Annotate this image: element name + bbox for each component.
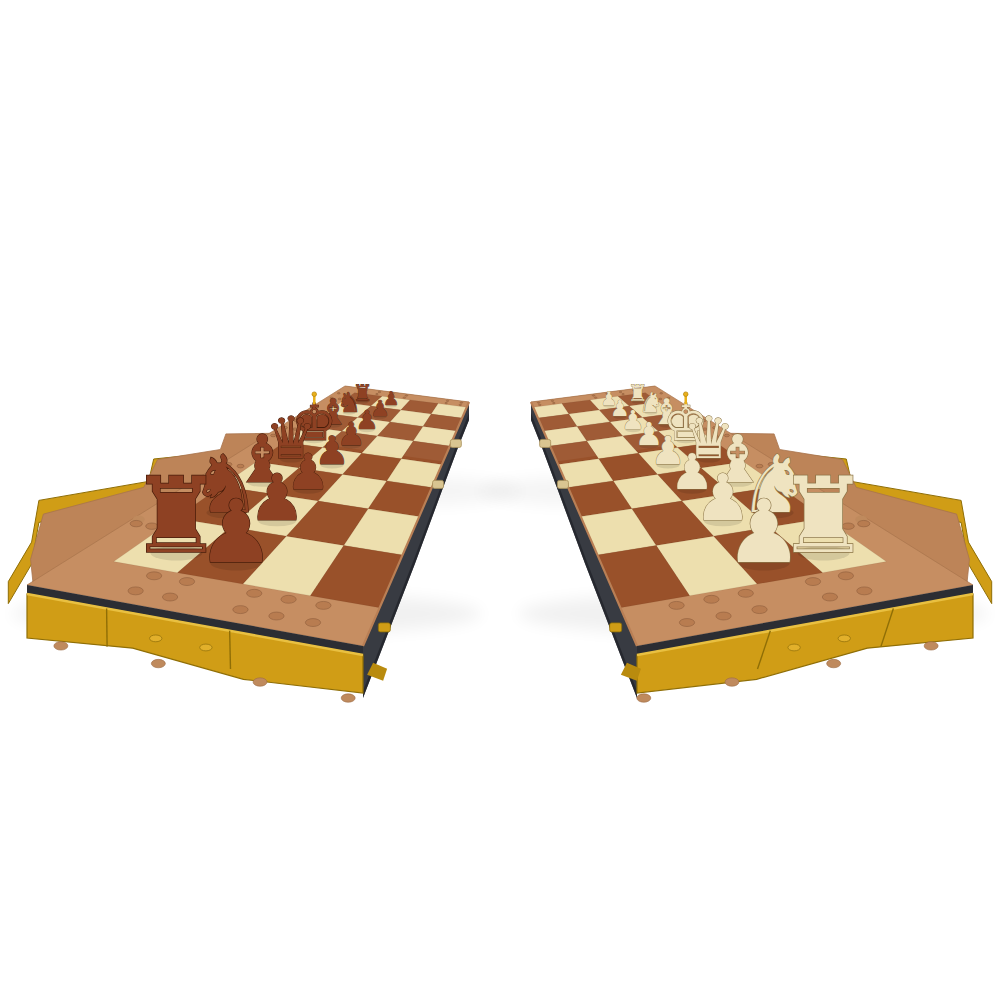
foot-round [827,659,841,667]
stud [679,619,694,627]
stud [704,595,719,603]
stud [378,391,381,392]
stud [281,595,296,603]
stud [179,578,194,586]
stud [445,402,448,403]
board-half-right-cream: ♜♟♞♟♝♟♚♟♛♟♝♟♞♟♜♟ [478,380,991,702]
stud [857,587,872,595]
foot-round [725,678,739,686]
stud [716,612,731,620]
stud [752,606,767,614]
hinge-clip [433,480,444,488]
stud [405,395,408,396]
stud [269,612,284,620]
stud [551,400,554,401]
stud [128,587,143,595]
foot-round [151,659,165,667]
stud [403,397,406,398]
foot-round [54,642,68,650]
hinge-clip [450,439,461,447]
stud [622,393,625,394]
hinge-clip-gold [610,623,622,632]
stud [594,397,597,398]
gold-stud [150,635,162,642]
stud [538,404,541,405]
gold-skirt-facet [230,631,231,669]
stud [446,400,449,401]
stud [537,402,540,403]
lego-chess-set-photo: ♜♟♞♟♝♟♚♟♛♟♝♟♞♟♜♟♜♟♞♟♝♟♚♟♛♟♝♟♞♟♜♟ [0,0,1000,1000]
board-half-left-brown: ♜♟♞♟♝♟♚♟♛♟♝♟♞♟♜♟ [8,380,521,702]
stud [619,391,622,392]
stud [460,402,463,403]
stud [738,589,753,597]
king-finial-tip [683,392,688,397]
stud [247,589,262,597]
stud [553,402,556,403]
scene-svg: ♜♟♞♟♝♟♚♟♛♟♝♟♞♟♜♟♜♟♞♟♝♟♚♟♛♟♝♟♞♟♜♟ [0,0,1000,1000]
foot-round [924,642,938,650]
hinge-clip [557,480,568,488]
gold-stud [200,644,212,651]
stud [822,593,837,601]
stud [459,404,462,405]
gold-stud [788,644,800,651]
foot-round [637,694,651,702]
stud [305,619,320,627]
stud [669,601,684,609]
hinge-clip [540,439,551,447]
stud [233,606,248,614]
piece-reddish-brown-pawn[interactable]: ♟ [197,481,275,583]
stud [316,601,331,609]
stud [592,395,595,396]
gold-stud [838,635,850,642]
king-finial-tip [312,392,317,397]
foot-round [253,678,267,686]
stud [805,578,820,586]
foot-round [341,694,355,702]
stud [162,593,177,601]
piece-cream-pawn[interactable]: ♟ [725,481,803,583]
hinge-clip-gold [378,623,390,632]
stud [376,393,379,394]
